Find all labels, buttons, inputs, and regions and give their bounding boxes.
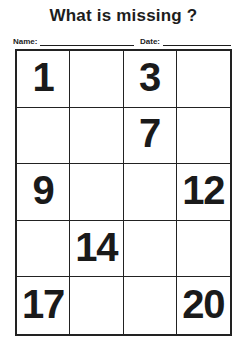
- cell-r3c4[interactable]: 12: [177, 164, 230, 221]
- cell-r1c3[interactable]: 3: [124, 51, 177, 108]
- date-input-line[interactable]: [163, 36, 231, 46]
- cell-r5c2[interactable]: [70, 277, 123, 334]
- cell-r2c2[interactable]: [70, 108, 123, 165]
- cell-r1c1[interactable]: 1: [17, 51, 70, 108]
- date-label: Date:: [140, 37, 163, 46]
- cell-r4c3[interactable]: [124, 221, 177, 278]
- cell-r1c2[interactable]: [70, 51, 123, 108]
- page-title: What is missing ?: [0, 0, 247, 26]
- cell-r1c4[interactable]: [177, 51, 230, 108]
- cell-r2c4[interactable]: [177, 108, 230, 165]
- cell-r4c2[interactable]: 14: [70, 221, 123, 278]
- cell-r5c4[interactable]: 20: [177, 277, 230, 334]
- cell-r4c1[interactable]: [17, 221, 70, 278]
- cell-r3c3[interactable]: [124, 164, 177, 221]
- name-label: Name:: [13, 37, 40, 46]
- cell-r4c4[interactable]: [177, 221, 230, 278]
- cell-r2c3[interactable]: 7: [124, 108, 177, 165]
- cell-r3c1[interactable]: 9: [17, 164, 70, 221]
- name-date-row: Name: Date:: [0, 35, 247, 46]
- cell-r2c1[interactable]: [17, 108, 70, 165]
- cell-r5c3[interactable]: [124, 277, 177, 334]
- name-input-line[interactable]: [40, 36, 134, 46]
- cell-r5c1[interactable]: 17: [17, 277, 70, 334]
- worksheet-page: What is missing ? Name: Date: 1379121417…: [0, 0, 247, 350]
- number-grid: 137912141720: [15, 49, 232, 336]
- cell-r3c2[interactable]: [70, 164, 123, 221]
